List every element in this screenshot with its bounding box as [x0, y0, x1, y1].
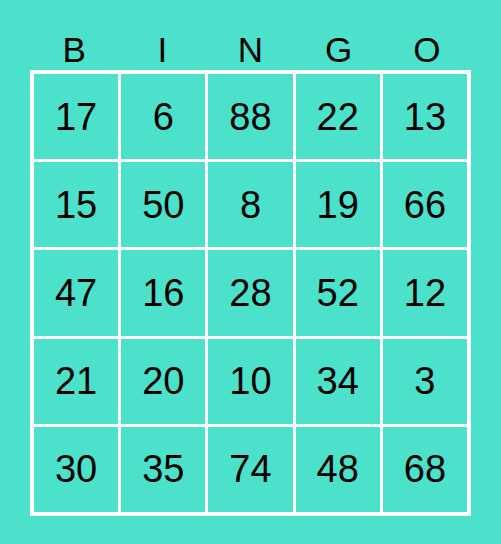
column-letter-g: G [295, 32, 383, 67]
column-letter-o: O [383, 32, 471, 67]
bingo-cell-r1c5[interactable]: 13 [383, 74, 467, 159]
column-letter-n: N [206, 32, 294, 67]
bingo-cell-r4c5[interactable]: 3 [383, 339, 467, 424]
bingo-cell-r1c2[interactable]: 6 [121, 74, 205, 159]
column-letter-b: B [30, 32, 118, 67]
bingo-cell-r3c4[interactable]: 52 [296, 250, 380, 335]
bingo-cell-r2c5[interactable]: 66 [383, 162, 467, 247]
bingo-cell-r5c1[interactable]: 30 [34, 427, 118, 512]
bingo-cell-r5c3[interactable]: 74 [208, 427, 292, 512]
bingo-cell-r3c1[interactable]: 47 [34, 250, 118, 335]
bingo-cell-r4c3[interactable]: 10 [208, 339, 292, 424]
bingo-cell-r3c5[interactable]: 12 [383, 250, 467, 335]
bingo-cell-r3c3[interactable]: 28 [208, 250, 292, 335]
bingo-card: B I N G O 17 6 88 22 13 15 50 8 19 66 47… [30, 0, 471, 516]
bingo-grid: 17 6 88 22 13 15 50 8 19 66 47 16 28 52 … [30, 70, 471, 516]
bingo-cell-r4c4[interactable]: 34 [296, 339, 380, 424]
bingo-cell-r2c2[interactable]: 50 [121, 162, 205, 247]
bingo-cell-r5c4[interactable]: 48 [296, 427, 380, 512]
bingo-cell-r2c4[interactable]: 19 [296, 162, 380, 247]
bingo-cell-r4c1[interactable]: 21 [34, 339, 118, 424]
bingo-cell-r2c1[interactable]: 15 [34, 162, 118, 247]
bingo-cell-r5c5[interactable]: 68 [383, 427, 467, 512]
bingo-cell-r5c2[interactable]: 35 [121, 427, 205, 512]
bingo-cell-r1c3[interactable]: 88 [208, 74, 292, 159]
bingo-cell-r1c1[interactable]: 17 [34, 74, 118, 159]
bingo-cell-r1c4[interactable]: 22 [296, 74, 380, 159]
column-letter-i: I [118, 32, 206, 67]
bingo-cell-r3c2[interactable]: 16 [121, 250, 205, 335]
bingo-header: B I N G O [30, 28, 471, 70]
bingo-cell-r4c2[interactable]: 20 [121, 339, 205, 424]
bingo-cell-r2c3[interactable]: 8 [208, 162, 292, 247]
